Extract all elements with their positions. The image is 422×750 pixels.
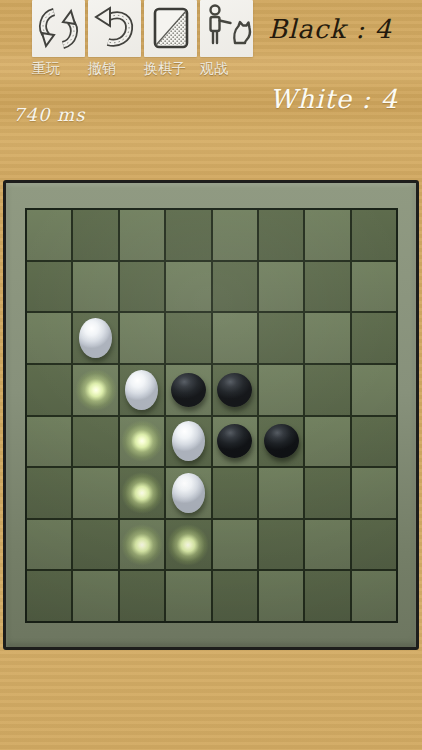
board-cell-f5[interactable] <box>259 417 303 467</box>
toolbar-group-swap-pieces: 换棋子 <box>144 0 200 76</box>
replay-label: 重玩 <box>32 60 88 76</box>
move-hint-glow <box>121 472 163 514</box>
board-cell-f4[interactable] <box>259 365 303 415</box>
board-frame <box>3 180 419 650</box>
board-cell-h1[interactable] <box>352 210 396 260</box>
board-cell-f8[interactable] <box>259 571 303 621</box>
board-cell-a7[interactable] <box>27 520 71 570</box>
undo-label: 撤销 <box>88 60 144 76</box>
board-cell-b2[interactable] <box>73 262 117 312</box>
app-screen: 重玩 撤销 <box>0 0 422 750</box>
board-cell-h3[interactable] <box>352 313 396 363</box>
board-cell-a3[interactable] <box>27 313 71 363</box>
board-cell-h7[interactable] <box>352 520 396 570</box>
spectate-icon <box>200 0 253 57</box>
black-disc <box>171 373 206 407</box>
undo-icon <box>88 0 141 57</box>
black-disc <box>217 373 252 407</box>
board-cell-d8[interactable] <box>166 571 210 621</box>
board-cell-b8[interactable] <box>73 571 117 621</box>
board-cell-d6[interactable] <box>166 468 210 518</box>
board-cell-f2[interactable] <box>259 262 303 312</box>
board-cell-b6[interactable] <box>73 468 117 518</box>
replay-icon <box>32 0 85 57</box>
spectate-button[interactable] <box>200 0 253 57</box>
board-cell-h8[interactable] <box>352 571 396 621</box>
board-cell-a1[interactable] <box>27 210 71 260</box>
board-cell-e5[interactable] <box>213 417 257 467</box>
board-cell-b1[interactable] <box>73 210 117 260</box>
white-disc <box>125 370 158 410</box>
board-cell-a6[interactable] <box>27 468 71 518</box>
board-cell-f6[interactable] <box>259 468 303 518</box>
white-score: White : 4 <box>270 84 398 114</box>
board-cell-h6[interactable] <box>352 468 396 518</box>
board-cell-a2[interactable] <box>27 262 71 312</box>
board-cell-f7[interactable] <box>259 520 303 570</box>
board-cell-g1[interactable] <box>305 210 349 260</box>
board-cell-d7[interactable] <box>166 520 210 570</box>
toolbar-group-undo: 撤销 <box>88 0 144 76</box>
swap-pieces-icon <box>144 0 197 57</box>
board-cell-e6[interactable] <box>213 468 257 518</box>
replay-button[interactable] <box>32 0 85 57</box>
spectate-label: 观战 <box>200 60 256 76</box>
board-cell-f1[interactable] <box>259 210 303 260</box>
board-cell-g4[interactable] <box>305 365 349 415</box>
board-cell-h4[interactable] <box>352 365 396 415</box>
board-cell-b4[interactable] <box>73 365 117 415</box>
board-cell-a8[interactable] <box>27 571 71 621</box>
board-cell-h2[interactable] <box>352 262 396 312</box>
black-disc <box>217 424 252 458</box>
board-cell-g5[interactable] <box>305 417 349 467</box>
board-cell-c8[interactable] <box>120 571 164 621</box>
board-cell-a5[interactable] <box>27 417 71 467</box>
black-disc <box>264 424 299 458</box>
board-cell-e4[interactable] <box>213 365 257 415</box>
board-cell-b7[interactable] <box>73 520 117 570</box>
black-score: Black : 4 <box>268 14 392 44</box>
board-cell-d5[interactable] <box>166 417 210 467</box>
board-cell-e1[interactable] <box>213 210 257 260</box>
undo-button[interactable] <box>88 0 141 57</box>
board-cell-c2[interactable] <box>120 262 164 312</box>
white-disc <box>79 318 112 358</box>
move-hint-glow <box>75 369 117 411</box>
board-cell-c6[interactable] <box>120 468 164 518</box>
board-cell-c3[interactable] <box>120 313 164 363</box>
board-cell-b3[interactable] <box>73 313 117 363</box>
toolbar-group-spectate: 观战 <box>200 0 256 76</box>
board-cell-d1[interactable] <box>166 210 210 260</box>
board-cell-c4[interactable] <box>120 365 164 415</box>
board-cell-e7[interactable] <box>213 520 257 570</box>
board-cell-d3[interactable] <box>166 313 210 363</box>
swap-pieces-button[interactable] <box>144 0 197 57</box>
move-hint-glow <box>121 524 163 566</box>
board-cell-c5[interactable] <box>120 417 164 467</box>
board-cell-a4[interactable] <box>27 365 71 415</box>
board-cell-g3[interactable] <box>305 313 349 363</box>
board-cell-g8[interactable] <box>305 571 349 621</box>
move-hint-glow <box>121 420 163 462</box>
swap-pieces-label: 换棋子 <box>144 60 200 76</box>
white-disc <box>172 473 205 513</box>
board-cell-h5[interactable] <box>352 417 396 467</box>
move-hint-glow <box>167 524 209 566</box>
board-cell-d4[interactable] <box>166 365 210 415</box>
toolbar-group-replay: 重玩 <box>32 0 88 76</box>
think-time: 740 ms <box>13 104 85 125</box>
board-cell-d2[interactable] <box>166 262 210 312</box>
white-disc <box>172 421 205 461</box>
board-cell-c7[interactable] <box>120 520 164 570</box>
board-cell-b5[interactable] <box>73 417 117 467</box>
board-grid <box>25 208 398 623</box>
board-cell-g7[interactable] <box>305 520 349 570</box>
board-cell-g2[interactable] <box>305 262 349 312</box>
board-cell-e2[interactable] <box>213 262 257 312</box>
board-cell-c1[interactable] <box>120 210 164 260</box>
board-cell-e3[interactable] <box>213 313 257 363</box>
board-cell-g6[interactable] <box>305 468 349 518</box>
board-cell-f3[interactable] <box>259 313 303 363</box>
board-cell-e8[interactable] <box>213 571 257 621</box>
